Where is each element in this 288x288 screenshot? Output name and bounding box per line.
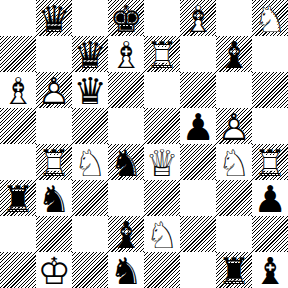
square-g1[interactable]: ♜♜ xyxy=(216,252,252,288)
black-queen-piece: ♛ xyxy=(72,37,108,73)
white-pawn-piece: ♙ xyxy=(36,73,72,109)
square-d7[interactable]: ♝♗ xyxy=(108,36,144,72)
piece-mask: ♝ xyxy=(252,253,288,288)
square-c6[interactable]: ♛♛ xyxy=(72,72,108,108)
square-h7[interactable] xyxy=(252,36,288,72)
chess-board: ♛♛♚♚♝♗♞♘♛♛♝♗♜♖♝♝♝♗♟♙♛♛♟♟♟♙♜♖♞♘♞♞♛♕♞♘♜♖♜♜… xyxy=(0,0,288,288)
white-knight-piece: ♘ xyxy=(72,145,108,181)
black-knight-piece: ♞ xyxy=(36,181,72,217)
square-d5[interactable] xyxy=(108,108,144,144)
square-h2[interactable] xyxy=(252,216,288,252)
white-knight-piece: ♘ xyxy=(144,217,180,253)
square-a2[interactable] xyxy=(0,216,36,252)
square-f1[interactable] xyxy=(180,252,216,288)
square-e3[interactable] xyxy=(144,180,180,216)
piece-mask: ♞ xyxy=(216,145,252,181)
square-b2[interactable] xyxy=(36,216,72,252)
square-e8[interactable] xyxy=(144,0,180,36)
square-c3[interactable] xyxy=(72,180,108,216)
black-knight-piece: ♞ xyxy=(108,253,144,288)
piece-mask: ♛ xyxy=(72,37,108,73)
square-b5[interactable] xyxy=(36,108,72,144)
square-b7[interactable] xyxy=(36,36,72,72)
white-knight-piece: ♘ xyxy=(216,145,252,181)
white-rook-piece: ♖ xyxy=(252,145,288,181)
square-f8[interactable]: ♝♗ xyxy=(180,0,216,36)
square-e4[interactable]: ♛♕ xyxy=(144,144,180,180)
white-knight-piece: ♘ xyxy=(252,1,288,37)
black-pawn-piece: ♟ xyxy=(180,109,216,145)
piece-mask: ♝ xyxy=(180,1,216,37)
piece-mask: ♟ xyxy=(36,73,72,109)
black-queen-piece: ♛ xyxy=(72,73,108,109)
white-king-piece: ♔ xyxy=(36,253,72,288)
square-c1[interactable] xyxy=(72,252,108,288)
square-f2[interactable] xyxy=(180,216,216,252)
square-h8[interactable]: ♞♘ xyxy=(252,0,288,36)
square-g4[interactable]: ♞♘ xyxy=(216,144,252,180)
piece-mask: ♝ xyxy=(108,217,144,253)
piece-mask: ♜ xyxy=(144,37,180,73)
square-a4[interactable] xyxy=(0,144,36,180)
square-b1[interactable]: ♚♔ xyxy=(36,252,72,288)
square-d8[interactable]: ♚♚ xyxy=(108,0,144,36)
square-d3[interactable] xyxy=(108,180,144,216)
square-a8[interactable] xyxy=(0,0,36,36)
square-f6[interactable] xyxy=(180,72,216,108)
piece-mask: ♝ xyxy=(0,73,36,109)
square-f4[interactable] xyxy=(180,144,216,180)
square-g5[interactable]: ♟♙ xyxy=(216,108,252,144)
square-b6[interactable]: ♟♙ xyxy=(36,72,72,108)
square-h3[interactable]: ♟♟ xyxy=(252,180,288,216)
square-c2[interactable] xyxy=(72,216,108,252)
square-e2[interactable]: ♞♘ xyxy=(144,216,180,252)
black-rook-piece: ♜ xyxy=(216,253,252,288)
white-rook-piece: ♖ xyxy=(144,37,180,73)
white-bishop-piece: ♗ xyxy=(108,37,144,73)
piece-mask: ♟ xyxy=(180,109,216,145)
piece-mask: ♜ xyxy=(216,253,252,288)
white-bishop-piece: ♗ xyxy=(180,1,216,37)
square-e1[interactable] xyxy=(144,252,180,288)
square-b4[interactable]: ♜♖ xyxy=(36,144,72,180)
square-c8[interactable] xyxy=(72,0,108,36)
square-h4[interactable]: ♜♖ xyxy=(252,144,288,180)
piece-mask: ♟ xyxy=(252,181,288,217)
square-c5[interactable] xyxy=(72,108,108,144)
black-knight-piece: ♞ xyxy=(108,145,144,181)
square-g2[interactable] xyxy=(216,216,252,252)
white-pawn-piece: ♙ xyxy=(216,109,252,145)
white-bishop-piece: ♗ xyxy=(0,73,36,109)
square-d1[interactable]: ♞♞ xyxy=(108,252,144,288)
square-a6[interactable]: ♝♗ xyxy=(0,72,36,108)
piece-mask: ♞ xyxy=(72,145,108,181)
white-queen-piece: ♕ xyxy=(144,145,180,181)
black-king-piece: ♚ xyxy=(108,1,144,37)
piece-mask: ♝ xyxy=(216,37,252,73)
square-g6[interactable] xyxy=(216,72,252,108)
piece-mask: ♞ xyxy=(108,253,144,288)
piece-mask: ♜ xyxy=(0,181,36,217)
piece-mask: ♞ xyxy=(36,181,72,217)
square-a3[interactable]: ♜♜ xyxy=(0,180,36,216)
square-e5[interactable] xyxy=(144,108,180,144)
black-queen-piece: ♛ xyxy=(36,1,72,37)
piece-mask: ♜ xyxy=(36,145,72,181)
square-b3[interactable]: ♞♞ xyxy=(36,180,72,216)
square-d4[interactable]: ♞♞ xyxy=(108,144,144,180)
piece-mask: ♛ xyxy=(144,145,180,181)
square-h6[interactable] xyxy=(252,72,288,108)
piece-mask: ♚ xyxy=(36,253,72,288)
piece-mask: ♟ xyxy=(216,109,252,145)
black-bishop-piece: ♝ xyxy=(108,217,144,253)
square-a1[interactable] xyxy=(0,252,36,288)
piece-mask: ♞ xyxy=(108,145,144,181)
black-pawn-piece: ♟ xyxy=(252,181,288,217)
square-f7[interactable] xyxy=(180,36,216,72)
square-c7[interactable]: ♛♛ xyxy=(72,36,108,72)
black-bishop-piece: ♝ xyxy=(252,253,288,288)
square-d2[interactable]: ♝♝ xyxy=(108,216,144,252)
piece-mask: ♞ xyxy=(144,217,180,253)
square-g8[interactable] xyxy=(216,0,252,36)
piece-mask: ♝ xyxy=(108,37,144,73)
square-a7[interactable] xyxy=(0,36,36,72)
piece-mask: ♛ xyxy=(36,1,72,37)
piece-mask: ♞ xyxy=(252,1,288,37)
square-e7[interactable]: ♜♖ xyxy=(144,36,180,72)
black-bishop-piece: ♝ xyxy=(216,37,252,73)
piece-mask: ♜ xyxy=(252,145,288,181)
square-g7[interactable]: ♝♝ xyxy=(216,36,252,72)
square-f3[interactable] xyxy=(180,180,216,216)
square-d6[interactable] xyxy=(108,72,144,108)
square-b8[interactable]: ♛♛ xyxy=(36,0,72,36)
square-e6[interactable] xyxy=(144,72,180,108)
black-rook-piece: ♜ xyxy=(0,181,36,217)
square-h1[interactable]: ♝♝ xyxy=(252,252,288,288)
piece-mask: ♚ xyxy=(108,1,144,37)
square-a5[interactable] xyxy=(0,108,36,144)
square-g3[interactable] xyxy=(216,180,252,216)
piece-mask: ♛ xyxy=(72,73,108,109)
square-h5[interactable] xyxy=(252,108,288,144)
square-c4[interactable]: ♞♘ xyxy=(72,144,108,180)
square-f5[interactable]: ♟♟ xyxy=(180,108,216,144)
white-rook-piece: ♖ xyxy=(36,145,72,181)
